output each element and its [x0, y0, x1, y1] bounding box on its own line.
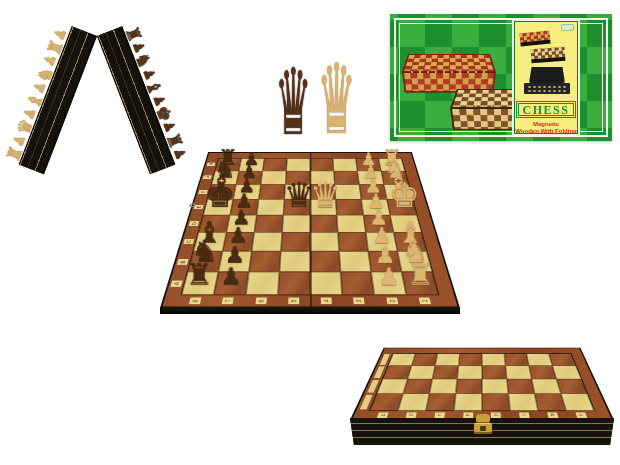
board-square: ♟ — [233, 185, 261, 200]
closed-board-square — [504, 354, 529, 366]
chess-piece-black-pawn: ♟ — [215, 267, 247, 287]
rank-label: 8 — [178, 297, 213, 305]
chess-piece-black-pawn: ♟ — [240, 152, 263, 167]
board-square — [261, 171, 287, 185]
closed-file-label: A — [566, 412, 596, 418]
closed-board-square — [549, 354, 576, 366]
open-chess-board: ♜♟♟♜♞♟♟♞♝♟♟♝♚♟♛♛♟♚♟♟♝♟♟♝♞♟♟♞♜♟♟♜ 8765432… — [150, 116, 470, 316]
closed-board-square — [459, 354, 482, 366]
closed-file-label: F — [425, 412, 454, 418]
board-square: ♟ — [218, 251, 251, 272]
closed-board-square — [456, 379, 482, 394]
board-square — [246, 272, 280, 295]
box-title: CHESS — [516, 101, 576, 118]
board-perspective: ♜♟♟♜♞♟♟♞♝♟♟♝♚♟♛♛♟♚♟♟♝♟♟♝♞♟♟♞♜♟♟♜ 8765432… — [150, 116, 470, 316]
closed-board-square — [561, 394, 594, 411]
tagline-line2: Wooden With Folding — [515, 128, 577, 135]
case-base — [524, 83, 570, 94]
board-square: ♜ — [402, 272, 439, 295]
board-square: ♟ — [356, 158, 381, 171]
board-square — [335, 185, 362, 200]
closed-board-square — [403, 379, 432, 394]
chess-piece-white-pawn: ♟ — [357, 152, 380, 167]
rank-label: 1 — [407, 297, 442, 305]
board-square: ♚ — [387, 199, 417, 215]
closed-board-square — [412, 354, 438, 366]
rank-label: 7 — [211, 297, 245, 305]
board-square: ♚ — [203, 199, 233, 215]
clasp-bottom — [474, 423, 492, 434]
board-square: ♟ — [239, 158, 264, 171]
closed-board-square — [457, 365, 482, 378]
board-square: ♝ — [208, 185, 237, 200]
board-square: ♜ — [215, 158, 241, 171]
closed-file-label: B — [538, 412, 568, 418]
board-square: ♟ — [371, 272, 406, 295]
board-square — [263, 158, 288, 171]
board-square — [285, 171, 310, 185]
board-square: ♟ — [368, 251, 401, 272]
closed-board-square — [398, 394, 429, 411]
board-square: ♞ — [212, 171, 239, 185]
board-square — [334, 171, 360, 185]
board-square — [339, 251, 371, 272]
board-square: ♞ — [397, 251, 432, 272]
board-square — [310, 251, 341, 272]
board-square — [259, 185, 286, 200]
closed-file-label: C — [510, 412, 539, 418]
box-tagline: Magnetic Wooden With Folding — [515, 121, 577, 134]
board-square — [336, 199, 364, 215]
closed-board-perspective: HGFEDCBA — [350, 334, 614, 420]
rank-label: 2 — [375, 297, 409, 305]
board-square: ♟ — [223, 232, 255, 251]
board-square: ♝ — [193, 232, 226, 251]
clasp-top — [476, 414, 490, 423]
board-square: ♟ — [363, 215, 393, 232]
board-square: ♜ — [182, 272, 219, 295]
closed-board-square — [429, 379, 457, 394]
board-square: ♟ — [214, 272, 249, 295]
rank-label: 6 — [244, 297, 278, 305]
board-square: ♟ — [357, 171, 383, 185]
board-square: ♟ — [366, 232, 398, 251]
closed-board-square — [432, 365, 458, 378]
board-square: ♛ — [310, 199, 337, 215]
board-square — [249, 251, 281, 272]
board-square: ♝ — [394, 232, 427, 251]
closed-board-square — [435, 354, 460, 366]
board-square — [281, 232, 310, 251]
board-square — [310, 171, 335, 185]
board-square — [310, 158, 334, 171]
box-side-panel: CHESS Magnetic Wooden With Folding — [514, 21, 578, 134]
board-square — [310, 185, 336, 200]
closed-file-label: G — [396, 412, 426, 418]
board-square: ♛ — [283, 199, 310, 215]
closed-board-square — [508, 394, 538, 411]
closed-board-square — [482, 394, 510, 411]
closed-file-label: H — [368, 412, 398, 418]
board-square: ♟ — [226, 215, 256, 232]
closed-board-square — [408, 365, 436, 378]
board-square: ♟ — [359, 185, 387, 200]
brand-logo — [561, 24, 574, 31]
board-square — [199, 215, 230, 232]
closed-board-square — [482, 365, 507, 378]
brass-clasp-icon — [474, 414, 492, 435]
closed-board-top: HGFEDCBA — [350, 348, 614, 420]
rank-label: 4 — [310, 297, 343, 305]
board-square: ♞ — [188, 251, 223, 272]
board-square — [286, 158, 310, 171]
board-square — [333, 158, 358, 171]
board-square — [254, 215, 283, 232]
chess-piece-white-rook: ♜ — [380, 148, 403, 167]
closed-board-square — [454, 394, 482, 411]
board-square — [278, 272, 310, 295]
chess-piece-black-rook: ♜ — [184, 262, 216, 287]
board-square — [284, 185, 310, 200]
board-square — [338, 232, 368, 251]
board-square: ♟ — [236, 171, 262, 185]
chess-piece-white-rook: ♜ — [405, 262, 437, 287]
folded-red-board-icon — [519, 30, 550, 46]
board-square — [257, 199, 285, 215]
magnetic-piece-light-rook: ♜ — [3, 140, 26, 168]
closed-board-square — [507, 379, 535, 394]
board-square — [310, 272, 342, 295]
board-square: ♟ — [230, 199, 259, 215]
closed-board-square — [482, 354, 505, 366]
board-square — [310, 232, 339, 251]
closed-board-grid — [369, 353, 596, 411]
closed-board-square — [556, 379, 587, 394]
board-square — [252, 232, 282, 251]
board-surface: ♜♟♟♜♞♟♟♞♝♟♟♝♚♟♛♛♟♚♟♟♝♟♟♝♞♟♟♞♜♟♟♜ 8765432… — [160, 152, 460, 308]
chess-piece-black-rook: ♜ — [216, 148, 239, 167]
case-lid — [529, 67, 565, 83]
board-square — [390, 215, 421, 232]
board-square — [337, 215, 366, 232]
closed-chess-board: HGFEDCBA — [345, 334, 619, 456]
rank-label: 5 — [277, 297, 310, 305]
board-square: ♞ — [381, 171, 408, 185]
closed-board-square — [552, 365, 581, 378]
closed-board-square — [482, 379, 508, 394]
board-square — [310, 215, 338, 232]
folded-brown-board-icon — [531, 47, 566, 63]
board-square: ♝ — [384, 185, 413, 200]
board-square — [282, 215, 310, 232]
rank-label: 3 — [342, 297, 376, 305]
board-square: ♟ — [361, 199, 390, 215]
closed-board-square — [426, 394, 456, 411]
closed-board-square — [505, 365, 531, 378]
board-square: ♜ — [379, 158, 405, 171]
chess-piece-white-pawn: ♟ — [373, 267, 405, 287]
open-case-icon — [524, 67, 570, 97]
board-square — [341, 272, 375, 295]
tent-left-panel: ♟♜♟♞♟♝♟♛♟♜ — [19, 26, 97, 174]
board-square — [279, 251, 310, 272]
